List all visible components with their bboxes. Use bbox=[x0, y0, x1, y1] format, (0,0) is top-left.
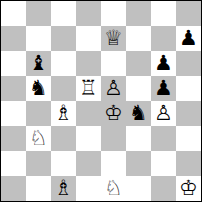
piece-white-bishop[interactable]: ♗ bbox=[54, 101, 73, 126]
piece-white-knight[interactable]: ♘ bbox=[104, 176, 123, 201]
square-d1[interactable] bbox=[76, 176, 101, 201]
square-a8[interactable] bbox=[1, 1, 26, 26]
piece-white-queen[interactable]: ♕ bbox=[104, 26, 123, 51]
square-c6[interactable] bbox=[51, 51, 76, 76]
square-b1[interactable] bbox=[26, 176, 51, 201]
square-c5[interactable] bbox=[51, 76, 76, 101]
square-c7[interactable] bbox=[51, 26, 76, 51]
square-c3[interactable] bbox=[51, 126, 76, 151]
piece-black-pawn[interactable]: ♟ bbox=[154, 51, 173, 76]
square-g1[interactable] bbox=[151, 176, 176, 201]
square-a6[interactable] bbox=[1, 51, 26, 76]
square-b2[interactable] bbox=[26, 151, 51, 176]
square-a5[interactable] bbox=[1, 76, 26, 101]
square-h7[interactable]: ♟ bbox=[176, 26, 201, 51]
square-b6[interactable]: ♝ bbox=[26, 51, 51, 76]
piece-black-pawn[interactable]: ♟ bbox=[154, 76, 173, 101]
square-f6[interactable] bbox=[126, 51, 151, 76]
square-e2[interactable] bbox=[101, 151, 126, 176]
square-f1[interactable] bbox=[126, 176, 151, 201]
square-d3[interactable] bbox=[76, 126, 101, 151]
square-c8[interactable] bbox=[51, 1, 76, 26]
square-h6[interactable] bbox=[176, 51, 201, 76]
square-g5[interactable]: ♟ bbox=[151, 76, 176, 101]
square-e1[interactable]: ♘ bbox=[101, 176, 126, 201]
square-h3[interactable] bbox=[176, 126, 201, 151]
square-h8[interactable] bbox=[176, 1, 201, 26]
square-a3[interactable] bbox=[1, 126, 26, 151]
square-h1[interactable]: ♔ bbox=[176, 176, 201, 201]
chess-board-frame: ♕♟♝♟♞♖♙♟♗♔♞♙♘♗♘♔ bbox=[0, 0, 202, 202]
square-e7[interactable]: ♕ bbox=[101, 26, 126, 51]
square-a7[interactable] bbox=[1, 26, 26, 51]
piece-black-pawn[interactable]: ♟ bbox=[179, 26, 198, 51]
square-b7[interactable] bbox=[26, 26, 51, 51]
square-b4[interactable] bbox=[26, 101, 51, 126]
square-f2[interactable] bbox=[126, 151, 151, 176]
square-g6[interactable]: ♟ bbox=[151, 51, 176, 76]
square-g3[interactable] bbox=[151, 126, 176, 151]
square-d7[interactable] bbox=[76, 26, 101, 51]
piece-white-knight[interactable]: ♘ bbox=[29, 126, 48, 151]
square-f7[interactable] bbox=[126, 26, 151, 51]
square-b8[interactable] bbox=[26, 1, 51, 26]
square-d4[interactable] bbox=[76, 101, 101, 126]
square-d2[interactable] bbox=[76, 151, 101, 176]
square-c4[interactable]: ♗ bbox=[51, 101, 76, 126]
piece-white-king[interactable]: ♔ bbox=[104, 101, 123, 126]
square-b3[interactable]: ♘ bbox=[26, 126, 51, 151]
square-d8[interactable] bbox=[76, 1, 101, 26]
square-e3[interactable] bbox=[101, 126, 126, 151]
square-f3[interactable] bbox=[126, 126, 151, 151]
piece-white-king[interactable]: ♔ bbox=[179, 176, 198, 201]
square-f4[interactable]: ♞ bbox=[126, 101, 151, 126]
piece-white-rook[interactable]: ♖ bbox=[79, 76, 98, 101]
square-a4[interactable] bbox=[1, 101, 26, 126]
square-d6[interactable] bbox=[76, 51, 101, 76]
square-e5[interactable]: ♙ bbox=[101, 76, 126, 101]
square-h2[interactable] bbox=[176, 151, 201, 176]
chess-board: ♕♟♝♟♞♖♙♟♗♔♞♙♘♗♘♔ bbox=[1, 1, 201, 201]
square-h4[interactable] bbox=[176, 101, 201, 126]
square-g4[interactable]: ♙ bbox=[151, 101, 176, 126]
piece-white-pawn[interactable]: ♙ bbox=[104, 76, 123, 101]
square-g8[interactable] bbox=[151, 1, 176, 26]
piece-black-knight[interactable]: ♞ bbox=[129, 101, 148, 126]
square-g2[interactable] bbox=[151, 151, 176, 176]
square-h5[interactable] bbox=[176, 76, 201, 101]
square-e8[interactable] bbox=[101, 1, 126, 26]
square-a1[interactable] bbox=[1, 176, 26, 201]
square-a2[interactable] bbox=[1, 151, 26, 176]
piece-black-bishop[interactable]: ♝ bbox=[29, 51, 48, 76]
square-e4[interactable]: ♔ bbox=[101, 101, 126, 126]
square-f5[interactable] bbox=[126, 76, 151, 101]
square-c2[interactable] bbox=[51, 151, 76, 176]
square-e6[interactable] bbox=[101, 51, 126, 76]
piece-black-knight[interactable]: ♞ bbox=[29, 76, 48, 101]
square-f8[interactable] bbox=[126, 1, 151, 26]
piece-white-bishop[interactable]: ♗ bbox=[54, 176, 73, 201]
square-g7[interactable] bbox=[151, 26, 176, 51]
square-d5[interactable]: ♖ bbox=[76, 76, 101, 101]
piece-white-pawn[interactable]: ♙ bbox=[154, 101, 173, 126]
square-b5[interactable]: ♞ bbox=[26, 76, 51, 101]
square-c1[interactable]: ♗ bbox=[51, 176, 76, 201]
